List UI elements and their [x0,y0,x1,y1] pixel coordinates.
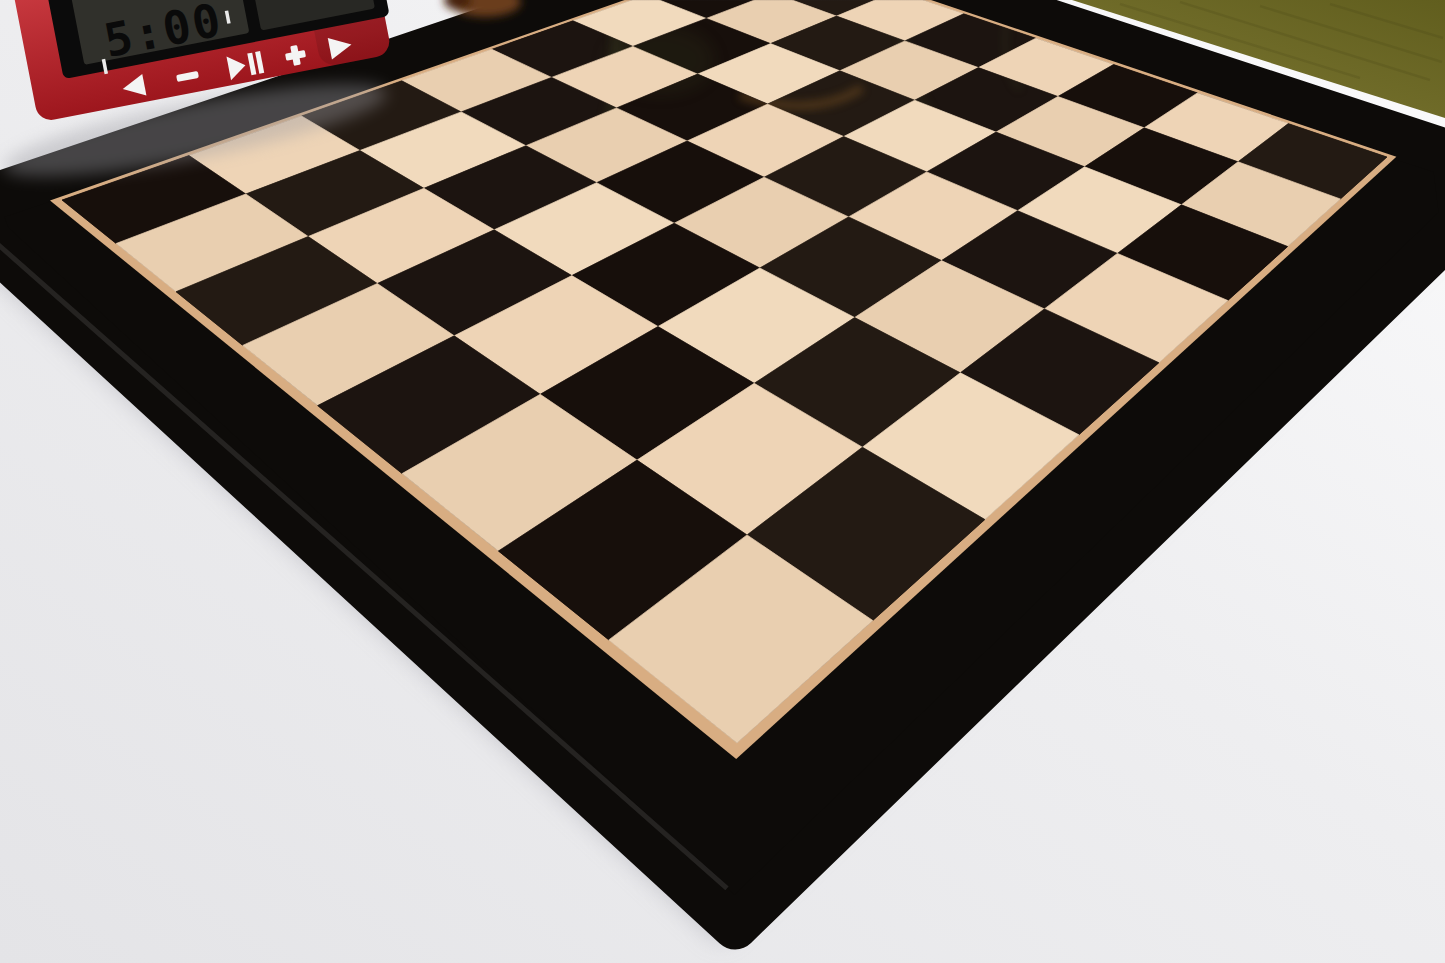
scene-render: 5:00 [0,0,1445,963]
photo-scene: 5:00 Empty ebony and maple wooden chessb… [0,0,1445,963]
